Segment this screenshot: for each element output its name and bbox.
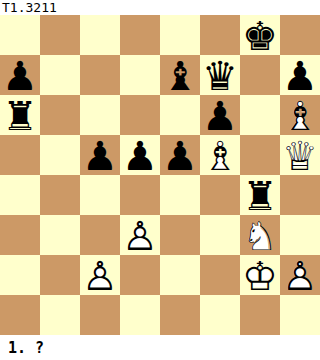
black-queen-glyph: ♛ [200,55,240,95]
black-pawn-glyph: ♟ [80,135,120,175]
square-b8[interactable] [40,15,80,55]
square-c7[interactable] [80,55,120,95]
white-knight: ♞♘ [240,215,280,255]
black-pawn-glyph: ♟ [0,55,40,95]
black-pawn: ♟ [0,55,40,95]
black-pawn: ♟ [80,135,120,175]
square-g3[interactable]: ♞♘ [240,215,280,255]
square-h1[interactable] [280,295,320,335]
white-pawn: ♟♙ [80,255,120,295]
square-b5[interactable] [40,135,80,175]
square-b1[interactable] [40,295,80,335]
white-king: ♚♔ [240,255,280,295]
footer: 1. ? [0,335,320,360]
white-king-outline: ♔ [240,255,280,295]
square-e1[interactable] [160,295,200,335]
square-g1[interactable] [240,295,280,335]
white-pawn: ♟♙ [280,255,320,295]
square-a5[interactable] [0,135,40,175]
move-prompt: 1. ? [8,339,44,357]
black-king-glyph: ♚ [240,15,280,55]
black-rook-glyph: ♜ [240,175,280,215]
square-c4[interactable] [80,175,120,215]
square-c8[interactable] [80,15,120,55]
square-h5[interactable]: ♛♕ [280,135,320,175]
square-b7[interactable] [40,55,80,95]
black-pawn: ♟ [160,135,200,175]
white-bishop-outline: ♗ [280,95,320,135]
square-g8[interactable]: ♚ [240,15,280,55]
square-d6[interactable] [120,95,160,135]
white-pawn-outline: ♙ [280,255,320,295]
square-e4[interactable] [160,175,200,215]
square-c3[interactable] [80,215,120,255]
square-g4[interactable]: ♜ [240,175,280,215]
black-pawn-glyph: ♟ [160,135,200,175]
black-king: ♚ [240,15,280,55]
square-h4[interactable] [280,175,320,215]
square-f7[interactable]: ♛ [200,55,240,95]
square-g5[interactable] [240,135,280,175]
square-e3[interactable] [160,215,200,255]
square-c1[interactable] [80,295,120,335]
white-knight-outline: ♘ [240,215,280,255]
square-h2[interactable]: ♟♙ [280,255,320,295]
black-queen: ♛ [200,55,240,95]
square-a8[interactable] [0,15,40,55]
square-a3[interactable] [0,215,40,255]
square-b2[interactable] [40,255,80,295]
square-g6[interactable] [240,95,280,135]
square-f6[interactable]: ♟ [200,95,240,135]
chess-board: ♚♟♝♛♟♜♟♝♗♟♟♟♝♗♛♕♜♟♙♞♘♟♙♚♔♟♙ [0,15,320,335]
square-h7[interactable]: ♟ [280,55,320,95]
square-e7[interactable]: ♝ [160,55,200,95]
white-pawn-outline: ♙ [120,215,160,255]
black-rook-glyph: ♜ [0,95,40,135]
white-queen-outline: ♕ [280,135,320,175]
square-h3[interactable] [280,215,320,255]
square-e8[interactable] [160,15,200,55]
square-c2[interactable]: ♟♙ [80,255,120,295]
square-f2[interactable] [200,255,240,295]
white-pawn-outline: ♙ [80,255,120,295]
square-d3[interactable]: ♟♙ [120,215,160,255]
black-bishop-glyph: ♝ [160,55,200,95]
white-bishop-outline: ♗ [200,135,240,175]
square-d4[interactable] [120,175,160,215]
square-b4[interactable] [40,175,80,215]
square-f3[interactable] [200,215,240,255]
white-queen: ♛♕ [280,135,320,175]
square-h8[interactable] [280,15,320,55]
square-c6[interactable] [80,95,120,135]
square-a1[interactable] [0,295,40,335]
square-e2[interactable] [160,255,200,295]
black-pawn-glyph: ♟ [280,55,320,95]
square-a4[interactable] [0,175,40,215]
square-a2[interactable] [0,255,40,295]
square-a6[interactable]: ♜ [0,95,40,135]
white-bishop: ♝♗ [200,135,240,175]
square-a7[interactable]: ♟ [0,55,40,95]
square-h6[interactable]: ♝♗ [280,95,320,135]
square-e5[interactable]: ♟ [160,135,200,175]
square-b6[interactable] [40,95,80,135]
black-rook: ♜ [240,175,280,215]
square-e6[interactable] [160,95,200,135]
square-f4[interactable] [200,175,240,215]
square-d2[interactable] [120,255,160,295]
square-d7[interactable] [120,55,160,95]
black-bishop: ♝ [160,55,200,95]
square-d8[interactable] [120,15,160,55]
square-g7[interactable] [240,55,280,95]
black-rook: ♜ [0,95,40,135]
black-pawn-glyph: ♟ [200,95,240,135]
black-pawn: ♟ [120,135,160,175]
square-f8[interactable] [200,15,240,55]
black-pawn: ♟ [200,95,240,135]
square-d5[interactable]: ♟ [120,135,160,175]
puzzle-id: T1.3211 [2,0,57,15]
square-f5[interactable]: ♝♗ [200,135,240,175]
square-c5[interactable]: ♟ [80,135,120,175]
white-bishop: ♝♗ [280,95,320,135]
square-g2[interactable]: ♚♔ [240,255,280,295]
square-d1[interactable] [120,295,160,335]
black-pawn: ♟ [280,55,320,95]
square-f1[interactable] [200,295,240,335]
square-b3[interactable] [40,215,80,255]
black-pawn-glyph: ♟ [120,135,160,175]
white-pawn: ♟♙ [120,215,160,255]
